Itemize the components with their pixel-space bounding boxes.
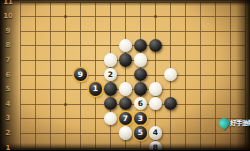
row-coordinate-label: 6: [1, 71, 15, 79]
move-number: 4: [153, 129, 158, 137]
star-point: [154, 15, 157, 18]
grid-hline: [20, 148, 246, 149]
grid-hline: [20, 16, 246, 17]
row-coordinate-label: 3: [1, 114, 15, 122]
row-coordinate-label: 8: [1, 41, 15, 49]
move-number: 9: [78, 71, 83, 79]
grid-hline: [20, 31, 246, 32]
star-point: [64, 103, 67, 106]
stone-white[interactable]: [119, 39, 133, 53]
stone-move-7[interactable]: 7: [119, 112, 133, 126]
stone-move-1[interactable]: 1: [89, 82, 103, 96]
move-number: 2: [108, 71, 113, 79]
stone-black[interactable]: [164, 97, 178, 111]
stone-move-9[interactable]: 9: [74, 68, 88, 82]
move-number: 6: [138, 100, 143, 108]
stone-white[interactable]: [134, 53, 148, 67]
row-coordinate-label: 10: [1, 12, 15, 20]
grid-hline: [20, 2, 246, 3]
stone-white[interactable]: [149, 82, 163, 96]
stone-white[interactable]: [104, 112, 118, 126]
stone-white[interactable]: [104, 53, 118, 67]
stone-black[interactable]: [104, 82, 118, 96]
stone-move-6[interactable]: 6: [134, 97, 148, 111]
go-board[interactable]: 1110987654321921673548 好手游网: [0, 0, 250, 150]
stone-white[interactable]: [164, 68, 178, 82]
move-number: 1: [93, 85, 98, 93]
row-coordinate-label: 4: [1, 100, 15, 108]
stone-black[interactable]: [134, 82, 148, 96]
move-number: 5: [138, 129, 143, 137]
stone-move-4[interactable]: 4: [149, 126, 163, 140]
stone-black[interactable]: [119, 53, 133, 67]
watermark-drop-icon: [217, 116, 231, 130]
move-number: 3: [138, 115, 143, 123]
watermark-text: 好手游网: [230, 119, 250, 128]
row-coordinate-label: 2: [1, 129, 15, 137]
row-coordinate-label: 9: [1, 27, 15, 35]
row-coordinate-label: 11: [1, 0, 15, 6]
stone-white[interactable]: [149, 97, 163, 111]
stone-white[interactable]: [119, 126, 133, 140]
stone-black[interactable]: [134, 68, 148, 82]
stone-white[interactable]: [119, 82, 133, 96]
stone-black[interactable]: [149, 39, 163, 53]
stone-move-8[interactable]: 8: [149, 141, 163, 150]
stone-move-3[interactable]: 3: [134, 112, 148, 126]
stone-move-2[interactable]: 2: [104, 68, 118, 82]
star-point: [64, 15, 67, 18]
watermark: 好手游网: [219, 114, 250, 132]
stone-black[interactable]: [119, 97, 133, 111]
stone-black[interactable]: [104, 97, 118, 111]
row-coordinate-label: 7: [1, 56, 15, 64]
move-number: 8: [153, 144, 158, 150]
stone-black[interactable]: [134, 39, 148, 53]
stone-move-5[interactable]: 5: [134, 126, 148, 140]
row-coordinate-label: 1: [1, 144, 15, 151]
move-number: 7: [123, 115, 128, 123]
row-coordinate-label: 5: [1, 85, 15, 93]
